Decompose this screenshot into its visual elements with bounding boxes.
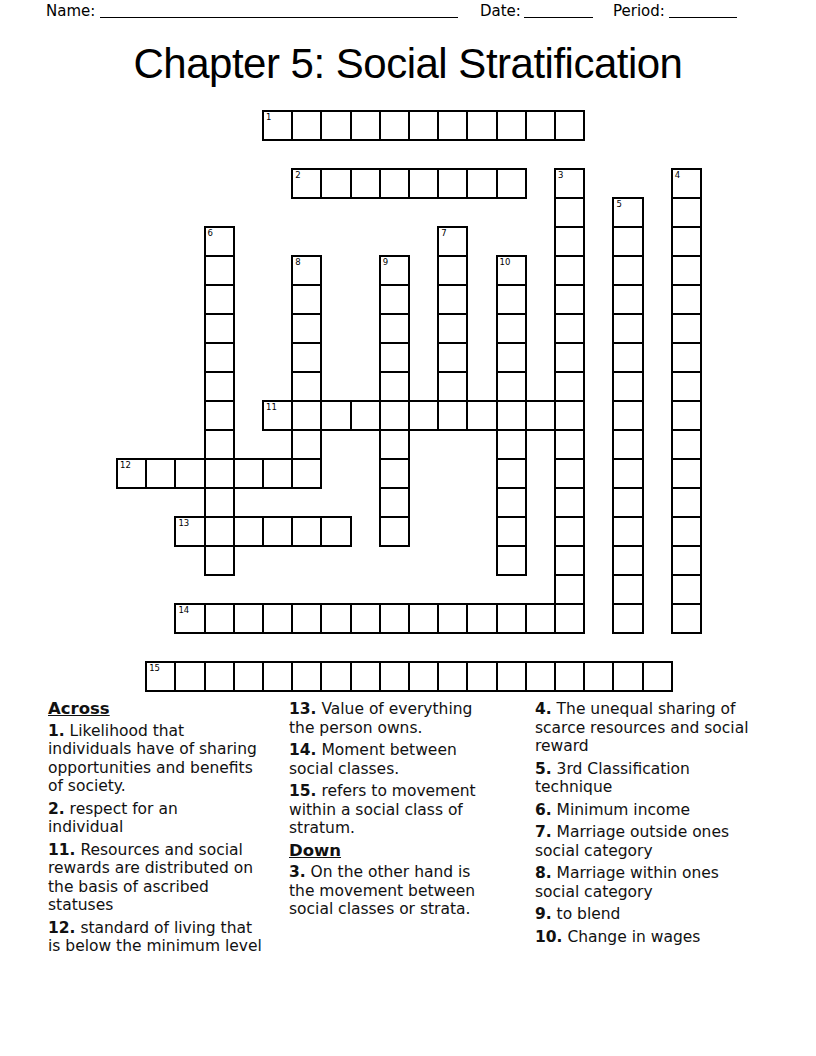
grid-cell[interactable] <box>350 661 379 692</box>
grid-cell[interactable] <box>554 371 585 400</box>
grid-cell[interactable] <box>320 661 349 692</box>
grid-cell[interactable] <box>612 574 643 603</box>
grid-cell[interactable] <box>612 603 643 634</box>
grid-cell[interactable] <box>204 342 235 371</box>
clue-number: 11 <box>266 403 277 412</box>
grid-cell[interactable]: 3 <box>554 168 585 197</box>
grid-cell[interactable] <box>496 400 525 429</box>
grid-cell[interactable] <box>379 661 408 692</box>
across-clue-11: 11. Resources and social rewards are dis… <box>48 841 288 915</box>
across-clue-12: 12. standard of living that is below the… <box>48 919 288 956</box>
grid-cell[interactable] <box>437 255 468 284</box>
grid-cell[interactable] <box>612 255 643 284</box>
grid-cell[interactable] <box>379 371 410 400</box>
down-clue-3: 3. On the other hand is the movement bet… <box>289 863 507 919</box>
grid-cell[interactable] <box>291 342 322 371</box>
grid-cell[interactable] <box>437 342 468 371</box>
grid-cell[interactable] <box>379 110 408 141</box>
grid-cell[interactable] <box>379 284 410 313</box>
clue-number: 4 <box>675 171 680 180</box>
grid-cell[interactable] <box>554 110 585 141</box>
clue-number: 1 <box>266 113 271 122</box>
grid-cell[interactable] <box>379 313 410 342</box>
grid-cell[interactable] <box>612 545 643 574</box>
grid-cell[interactable] <box>612 284 643 313</box>
grid-cell[interactable] <box>204 400 235 429</box>
page-title: Chapter 5: Social Stratification <box>0 40 816 88</box>
date-blank-line <box>524 16 593 18</box>
grid-cell[interactable] <box>262 458 291 489</box>
clue-number-label: 14. <box>289 741 316 759</box>
grid-cell[interactable] <box>291 429 322 458</box>
period-blank-line <box>669 16 737 18</box>
grid-cell[interactable] <box>291 661 320 692</box>
grid-cell[interactable] <box>437 284 468 313</box>
clue-text: respect for an individual <box>48 800 178 837</box>
grid-cell[interactable] <box>204 516 233 545</box>
clue-number-label: 2. <box>48 800 65 818</box>
grid-cell[interactable] <box>350 110 379 141</box>
grid-cell[interactable] <box>671 197 702 226</box>
clue-number-label: 11. <box>48 841 75 859</box>
clue-text: Value of everything the person owns. <box>289 700 472 737</box>
grid-cell[interactable] <box>496 458 527 487</box>
down-heading: Down <box>289 842 507 861</box>
grid-cell[interactable] <box>174 661 203 692</box>
clue-number: 7 <box>441 229 446 238</box>
clue-text: On the other hand is the movement betwee… <box>289 863 475 918</box>
grid-cell[interactable] <box>612 400 643 429</box>
clue-number-label: 7. <box>535 823 552 841</box>
grid-cell[interactable] <box>379 342 410 371</box>
grid-cell[interactable] <box>496 110 525 141</box>
clue-number-label: 4. <box>535 700 552 718</box>
grid-cell[interactable] <box>671 574 702 603</box>
grid-cell[interactable] <box>554 516 585 545</box>
clue-number: 13 <box>178 519 189 528</box>
grid-cell[interactable] <box>379 487 410 516</box>
grid-cell[interactable] <box>496 429 527 458</box>
clues-column-1: Across1. Likelihood that individuals hav… <box>48 700 288 960</box>
grid-cell[interactable] <box>408 400 437 431</box>
grid-cell[interactable] <box>437 110 466 141</box>
grid-cell[interactable] <box>204 661 233 692</box>
down-clue-10: 10. Change in wages <box>535 928 785 947</box>
clue-text: 3rd Classification technique <box>535 760 690 797</box>
clue-text: Change in wages <box>562 928 700 946</box>
grid-cell[interactable] <box>496 313 527 342</box>
grid-cell[interactable] <box>204 603 233 634</box>
clue-number-label: 8. <box>535 864 552 882</box>
clue-number: 12 <box>120 461 131 470</box>
grid-cell[interactable] <box>496 516 527 545</box>
grid-cell[interactable] <box>496 371 527 400</box>
clue-number-label: 3. <box>289 863 306 881</box>
clues-column-2: 13. Value of everything the person owns.… <box>289 700 507 923</box>
clue-text: to blend <box>552 905 621 923</box>
grid-cell[interactable] <box>466 168 495 199</box>
grid-cell[interactable] <box>379 603 408 634</box>
across-clue-13: 13. Value of everything the person owns. <box>289 700 507 737</box>
grid-cell[interactable] <box>379 429 410 458</box>
grid-cell[interactable] <box>554 661 583 692</box>
grid-cell[interactable] <box>437 603 466 634</box>
grid-cell[interactable] <box>408 603 437 634</box>
clue-text: The unequal sharing of scarce resources … <box>535 700 748 755</box>
grid-cell[interactable] <box>204 313 235 342</box>
down-clue-9: 9. to blend <box>535 905 785 924</box>
across-clue-1: 1. Likelihood that individuals have of s… <box>48 722 288 796</box>
grid-cell[interactable] <box>496 342 527 371</box>
grid-cell[interactable] <box>291 400 320 429</box>
grid-cell[interactable] <box>525 603 554 634</box>
grid-cell[interactable] <box>320 400 349 431</box>
grid-cell[interactable] <box>204 545 235 576</box>
clue-number-label: 1. <box>48 722 65 740</box>
name-label: Name: <box>46 2 95 20</box>
grid-cell[interactable] <box>671 458 702 487</box>
grid-cell[interactable] <box>466 110 495 141</box>
grid-cell[interactable] <box>379 516 410 547</box>
grid-cell[interactable] <box>554 487 585 516</box>
down-clue-6: 6. Minimum income <box>535 801 785 820</box>
grid-cell[interactable] <box>496 603 525 634</box>
clue-number-label: 5. <box>535 760 552 778</box>
grid-cell[interactable] <box>612 516 643 545</box>
grid-cell[interactable]: 2 <box>291 168 320 199</box>
grid-cell[interactable] <box>671 545 702 574</box>
grid-cell[interactable] <box>408 661 437 692</box>
grid-cell[interactable] <box>554 545 585 574</box>
grid-cell[interactable] <box>204 371 235 400</box>
grid-cell[interactable] <box>496 284 527 313</box>
grid-cell[interactable] <box>145 458 174 489</box>
grid-cell[interactable] <box>554 313 585 342</box>
grid-cell[interactable] <box>320 168 349 199</box>
grid-cell[interactable] <box>671 226 702 255</box>
clue-text: refers to movement within a social class… <box>289 782 476 837</box>
grid-cell[interactable]: 11 <box>262 400 291 431</box>
grid-cell[interactable] <box>496 545 527 576</box>
grid-cell[interactable] <box>671 371 702 400</box>
grid-cell[interactable] <box>350 603 379 634</box>
across-clue-14: 14. Moment between social classes. <box>289 741 507 778</box>
clue-text: Marriage within ones social category <box>535 864 719 901</box>
grid-cell[interactable] <box>612 661 641 692</box>
grid-cell[interactable] <box>379 400 408 429</box>
clue-text: Marriage outside ones social category <box>535 823 729 860</box>
grid-cell[interactable] <box>437 661 466 692</box>
grid-cell[interactable] <box>554 226 585 255</box>
grid-cell[interactable] <box>437 400 466 431</box>
grid-cell[interactable]: 4 <box>671 168 702 197</box>
grid-cell[interactable] <box>554 574 585 603</box>
grid-cell[interactable] <box>437 371 468 400</box>
grid-cell[interactable]: 6 <box>204 226 235 255</box>
grid-cell[interactable] <box>291 313 322 342</box>
grid-cell[interactable] <box>233 458 262 489</box>
down-clue-7: 7. Marriage outside ones social category <box>535 823 785 860</box>
clue-number-label: 15. <box>289 782 316 800</box>
clue-number: 5 <box>616 200 621 209</box>
grid-cell[interactable]: 7 <box>437 226 468 255</box>
grid-cell[interactable] <box>671 284 702 313</box>
crossword-grid: 123456789101112131415 <box>116 110 701 691</box>
grid-cell[interactable]: 10 <box>496 255 527 284</box>
clue-number-label: 13. <box>289 700 316 718</box>
grid-cell[interactable] <box>671 487 702 516</box>
grid-cell[interactable] <box>671 255 702 284</box>
clue-number: 10 <box>500 258 511 267</box>
clue-number-label: 9. <box>535 905 552 923</box>
clue-text: Minimum income <box>552 801 690 819</box>
grid-cell[interactable] <box>204 458 233 487</box>
clues-column-3: 4. The unequal sharing of scarce resourc… <box>535 700 785 950</box>
grid-cell[interactable] <box>233 661 262 692</box>
grid-cell[interactable] <box>612 458 643 487</box>
grid-cell[interactable] <box>671 516 702 545</box>
grid-cell[interactable] <box>350 168 379 199</box>
grid-cell[interactable] <box>174 458 203 489</box>
grid-cell[interactable] <box>204 487 235 516</box>
grid-cell[interactable] <box>612 342 643 371</box>
grid-cell[interactable] <box>408 168 437 199</box>
grid-cell[interactable] <box>291 371 322 400</box>
clue-number: 3 <box>558 171 563 180</box>
grid-cell[interactable] <box>525 110 554 141</box>
across-heading: Across <box>48 700 288 719</box>
grid-cell[interactable]: 1 <box>262 110 291 141</box>
grid-cell[interactable] <box>466 400 495 431</box>
grid-cell[interactable] <box>554 342 585 371</box>
grid-cell[interactable] <box>437 313 468 342</box>
grid-cell[interactable] <box>291 458 322 489</box>
grid-cell[interactable] <box>437 168 466 199</box>
grid-cell[interactable] <box>583 661 612 692</box>
clue-number: 15 <box>149 664 160 673</box>
clue-number: 2 <box>295 171 300 180</box>
grid-cell[interactable] <box>554 284 585 313</box>
grid-cell[interactable]: 15 <box>145 661 174 692</box>
across-clue-15: 15. refers to movement within a social c… <box>289 782 507 838</box>
down-clue-8: 8. Marriage within ones social category <box>535 864 785 901</box>
grid-cell[interactable] <box>612 226 643 255</box>
clue-number-label: 12. <box>48 919 75 937</box>
clue-number-label: 6. <box>535 801 552 819</box>
grid-cell[interactable]: 9 <box>379 255 410 284</box>
grid-cell[interactable] <box>291 603 320 634</box>
grid-cell[interactable]: 5 <box>612 197 643 226</box>
grid-cell[interactable] <box>554 603 585 634</box>
grid-cell[interactable] <box>612 313 643 342</box>
grid-cell[interactable]: 12 <box>116 458 145 489</box>
grid-cell[interactable] <box>233 516 262 547</box>
grid-cell[interactable]: 8 <box>291 255 322 284</box>
grid-cell[interactable] <box>496 661 525 692</box>
clue-number: 6 <box>208 229 213 238</box>
clue-number: 14 <box>178 606 189 615</box>
grid-cell[interactable] <box>379 458 410 487</box>
grid-cell[interactable] <box>554 197 585 226</box>
grid-cell[interactable] <box>554 458 585 487</box>
grid-cell[interactable] <box>554 400 585 429</box>
grid-cell[interactable] <box>642 661 673 692</box>
grid-cell[interactable] <box>671 400 702 429</box>
grid-cell[interactable] <box>204 255 235 284</box>
grid-cell[interactable] <box>525 400 554 431</box>
clue-number: 9 <box>383 258 388 267</box>
grid-cell[interactable] <box>262 661 291 692</box>
clue-text: Resources and social rewards are distrib… <box>48 841 253 915</box>
name-blank-line <box>100 16 458 18</box>
grid-cell[interactable] <box>671 429 702 458</box>
grid-cell[interactable] <box>671 342 702 371</box>
down-clue-4: 4. The unequal sharing of scarce resourc… <box>535 700 785 756</box>
grid-cell[interactable] <box>612 371 643 400</box>
grid-cell[interactable] <box>262 603 291 634</box>
grid-cell[interactable] <box>320 110 349 141</box>
clue-number: 8 <box>295 258 300 267</box>
date-label: Date: <box>480 2 521 20</box>
clue-number-label: 10. <box>535 928 562 946</box>
grid-cell[interactable] <box>320 603 349 634</box>
grid-cell[interactable] <box>671 603 702 634</box>
grid-cell[interactable] <box>612 429 643 458</box>
grid-cell[interactable] <box>496 487 527 516</box>
grid-cell[interactable] <box>525 661 554 692</box>
period-label: Period: <box>613 2 665 20</box>
clue-text: Likelihood that individuals have of shar… <box>48 722 257 796</box>
grid-cell[interactable] <box>466 603 495 634</box>
grid-cell[interactable] <box>262 516 291 547</box>
grid-cell[interactable] <box>612 487 643 516</box>
grid-cell[interactable] <box>291 516 320 547</box>
grid-cell[interactable] <box>671 313 702 342</box>
grid-cell[interactable] <box>496 168 527 199</box>
grid-cell[interactable] <box>554 255 585 284</box>
grid-cell[interactable] <box>204 429 235 458</box>
across-clue-2: 2. respect for an individual <box>48 800 288 837</box>
grid-cell[interactable]: 14 <box>174 603 203 634</box>
grid-cell[interactable] <box>466 661 495 692</box>
grid-cell[interactable]: 13 <box>174 516 203 547</box>
grid-cell[interactable] <box>320 516 351 547</box>
down-clue-5: 5. 3rd Classification technique <box>535 760 785 797</box>
grid-cell[interactable] <box>291 284 322 313</box>
clue-text: standard of living that is below the min… <box>48 919 262 956</box>
grid-cell[interactable] <box>233 603 262 634</box>
grid-cell[interactable] <box>204 284 235 313</box>
grid-cell[interactable] <box>291 110 320 141</box>
grid-cell[interactable] <box>379 168 408 199</box>
grid-cell[interactable] <box>350 400 379 431</box>
grid-cell[interactable] <box>554 429 585 458</box>
grid-cell[interactable] <box>408 110 437 141</box>
